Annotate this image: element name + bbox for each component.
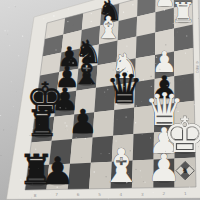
rank-label: 7 — [55, 192, 58, 197]
black-rook-f8: ♜ — [26, 102, 59, 145]
board-scene: ♞♞♟♝♜♟♞♟♝♞♟♚♟♛♟♜♟♛♟♚♜♟♝♟87654321© REG — [0, 0, 200, 200]
white-bishop-h4: ♝ — [101, 139, 142, 193]
chessboard-photo: ♞♞♟♝♜♟♞♟♝♞♟♚♟♛♟♜♟♛♟♚♜♟♝♟87654321© REG — [0, 0, 200, 200]
white-pawn-h2: ♟ — [147, 146, 181, 190]
margin-brand-text: © REG — [195, 61, 199, 74]
rank-label: 2 — [163, 191, 166, 196]
rank-label: 3 — [141, 192, 144, 197]
rank-label: 5 — [98, 192, 101, 197]
rank-label: 1 — [184, 191, 187, 196]
rank-label: 4 — [120, 192, 123, 197]
logo-knight-icon: ♞ — [182, 166, 189, 175]
rank-label: 6 — [77, 192, 80, 197]
black-queen-e4: ♛ — [106, 64, 143, 113]
black-pawn-h7: ♟ — [41, 149, 75, 193]
black-pawn-f6: ♟ — [68, 102, 98, 141]
rank-label: 8 — [34, 193, 37, 198]
